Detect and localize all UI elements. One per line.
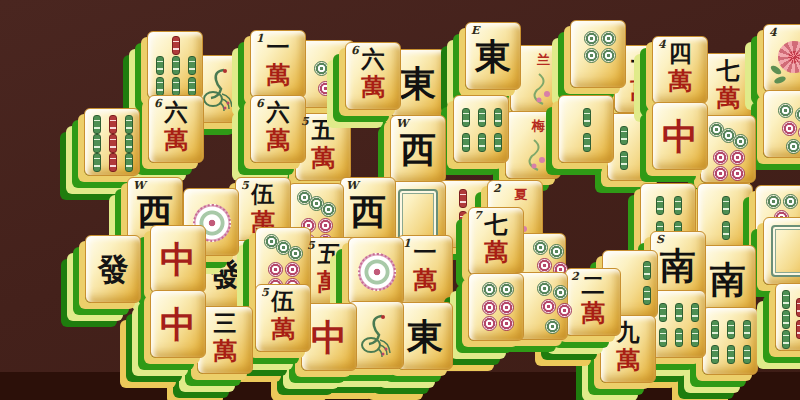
bamboo-stick-icon xyxy=(478,133,486,152)
tile-character-6[interactable]: 6六萬 xyxy=(148,95,204,163)
bamboo-stick-icon xyxy=(711,320,719,339)
tile-character-6[interactable]: 6六萬 xyxy=(250,95,306,163)
wan-character: 萬 xyxy=(601,347,655,373)
bamboo-stick-icon xyxy=(125,134,133,153)
circle-pip-icon xyxy=(482,300,497,315)
bamboo-stick-icon xyxy=(494,108,502,127)
white-dragon-frame xyxy=(398,189,438,241)
bamboo-stick-icon xyxy=(156,56,164,75)
circle-pip-icon xyxy=(499,300,514,315)
red-dragon-character: 中 xyxy=(151,291,205,357)
tile-dots-1-rosette[interactable] xyxy=(348,237,404,305)
tile-character-1[interactable]: 1一萬 xyxy=(397,235,453,303)
bamboo-stick-icon xyxy=(675,328,683,347)
tile-character-6[interactable]: 6六萬 xyxy=(345,42,401,110)
bamboo-stick-icon xyxy=(711,345,719,364)
table-shadow-band xyxy=(0,372,800,400)
tile-dots-4[interactable] xyxy=(570,20,626,88)
tile-west-wind[interactable]: W西 xyxy=(340,177,396,245)
tile-character-2[interactable]: 2二萬 xyxy=(565,268,621,336)
circle-pip-icon xyxy=(314,61,329,76)
tile-bamboo-6[interactable] xyxy=(702,307,758,375)
tile-corner-mark: 1 xyxy=(403,237,411,250)
tile-white-dragon-clipped[interactable] xyxy=(763,217,800,285)
wind-character: 東 xyxy=(398,303,452,369)
bamboo-stick-icon xyxy=(459,211,467,230)
circle-pip-icon xyxy=(766,194,781,209)
circle-pip-icon xyxy=(288,246,303,261)
wan-character: 萬 xyxy=(701,85,755,111)
bamboo-stick-icon xyxy=(691,328,699,347)
circle-pip-icon xyxy=(713,150,728,165)
tile-corner-mark: 1 xyxy=(256,32,264,45)
mahjong-board: 6六萬1一萬5五萬6六萬兰梅一萬東6六萬E東七萬4四萬4中W西W西2夏7七萬5伍… xyxy=(0,0,800,400)
circle-pip-icon xyxy=(545,319,560,334)
bamboo-stick-icon xyxy=(782,330,790,349)
man-number-character: 七 xyxy=(701,57,755,82)
bamboo-stick-icon xyxy=(188,56,196,75)
wan-character: 萬 xyxy=(251,62,305,88)
bamboo-stick-icon xyxy=(659,328,667,347)
bamboo-stick-icon xyxy=(743,345,751,364)
circle-pip-icon xyxy=(553,285,568,300)
bamboo-stick-icon xyxy=(109,115,117,134)
circle-pip-icon xyxy=(601,48,616,63)
circle-pip-icon xyxy=(537,258,552,273)
circle-pip-icon xyxy=(482,316,497,331)
bamboo-stick-icon xyxy=(583,133,591,152)
green-dragon-character: 發 xyxy=(86,236,140,302)
circle-pip-icon xyxy=(499,282,514,297)
tile-character-5-wu[interactable]: 5伍萬 xyxy=(255,284,311,352)
bamboo-stick-icon xyxy=(478,108,486,127)
flower-character: 梅 xyxy=(532,117,545,135)
leaf-icon xyxy=(773,75,786,85)
bamboo-stick-icon xyxy=(659,303,667,322)
circle-pip-icon xyxy=(557,303,572,318)
circle-pip-icon xyxy=(499,316,514,331)
bamboo-stick-icon xyxy=(459,189,467,208)
white-dragon-frame xyxy=(771,225,800,277)
circle-pip-icon xyxy=(533,240,548,255)
wan-character: 萬 xyxy=(653,68,707,94)
one-dot-rosette-icon xyxy=(358,253,396,291)
bamboo-stick-icon xyxy=(462,133,470,152)
circle-pip-icon xyxy=(330,65,345,80)
circle-pip-icon xyxy=(795,107,800,122)
flower-sprig-icon xyxy=(526,138,552,172)
tile-east-wind[interactable]: 東 xyxy=(397,302,453,370)
circle-pip-icon xyxy=(601,31,616,46)
wan-character: 萬 xyxy=(469,239,523,265)
wan-character: 萬 xyxy=(346,74,400,100)
tile-corner-mark: W xyxy=(133,179,145,192)
bamboo-stick-icon xyxy=(743,320,751,339)
bamboo-stick-icon xyxy=(796,298,800,317)
bamboo-stick-icon xyxy=(109,153,117,172)
man-number-character: 三 xyxy=(198,310,252,335)
tile-character-7[interactable]: 七萬 xyxy=(700,53,756,121)
tile-flower-plum-partial[interactable]: 梅 xyxy=(505,111,561,179)
tile-dots-7[interactable] xyxy=(700,115,756,183)
circle-pip-icon xyxy=(782,121,797,136)
circle-pip-icon xyxy=(584,31,599,46)
bamboo-stick-icon xyxy=(675,303,683,322)
circle-pip-icon xyxy=(549,244,564,259)
tile-dots-6[interactable] xyxy=(468,273,524,341)
chrysanthemum-icon xyxy=(778,41,800,73)
bamboo-stick-icon xyxy=(727,320,735,339)
bamboo-stick-icon xyxy=(583,108,591,127)
tile-corner-mark: 5 xyxy=(241,179,249,192)
circle-pip-icon xyxy=(537,281,552,296)
tile-character-7[interactable]: 7七萬 xyxy=(468,207,524,275)
tile-character-4[interactable]: 4四萬 xyxy=(652,36,708,104)
bamboo-stick-icon xyxy=(691,303,699,322)
tile-dots-partial[interactable] xyxy=(763,90,800,158)
circle-pip-icon xyxy=(318,81,333,96)
flower-sprig-icon xyxy=(531,72,557,106)
tile-bamboo-7[interactable] xyxy=(147,31,203,99)
bamboo-stick-icon xyxy=(125,115,133,134)
bamboo-stick-icon xyxy=(462,108,470,127)
bamboo-stick-icon xyxy=(620,126,628,145)
circle-pip-icon xyxy=(268,262,283,277)
bamboo-stick-icon xyxy=(643,261,651,280)
wind-character: 南 xyxy=(701,246,755,312)
wan-character: 萬 xyxy=(251,127,305,153)
tile-corner-mark: 6 xyxy=(154,97,162,110)
bamboo-stick-icon xyxy=(172,36,180,55)
bamboo-stick-icon xyxy=(796,320,800,339)
tile-corner-mark: 5 xyxy=(307,239,315,252)
bamboo-stick-icon xyxy=(782,310,790,329)
tile-red-dragon[interactable]: 中 xyxy=(150,225,206,293)
bamboo-stick-icon xyxy=(172,77,180,96)
bamboo-stick-icon xyxy=(188,77,196,96)
bamboo-stick-icon xyxy=(643,286,651,305)
bamboo-stick-icon xyxy=(93,153,101,172)
wan-character: 萬 xyxy=(566,300,620,326)
tile-red-dragon[interactable]: 中 xyxy=(150,290,206,358)
tile-east-wind[interactable]: E東 xyxy=(465,22,521,90)
tile-west-wind[interactable]: W西 xyxy=(390,115,446,183)
tile-corner-mark: S xyxy=(656,233,664,246)
bamboo-one-bird-icon xyxy=(198,65,238,113)
tile-corner-mark: 2 xyxy=(571,270,579,283)
bamboo-stick-icon xyxy=(722,196,730,215)
tile-corner-mark: 6 xyxy=(351,44,359,57)
circle-pip-icon xyxy=(318,218,333,233)
tile-corner-mark: E xyxy=(471,24,479,37)
tile-corner-mark: 4 xyxy=(769,26,777,39)
circle-pip-icon xyxy=(713,166,728,181)
wan-character: 萬 xyxy=(149,127,203,153)
circle-pip-icon xyxy=(733,134,748,149)
bamboo-stick-icon xyxy=(156,77,164,96)
circle-pip-icon xyxy=(778,103,793,118)
tile-corner-mark: 5 xyxy=(261,286,269,299)
tile-character-1[interactable]: 1一萬 xyxy=(250,30,306,98)
bamboo-stick-icon xyxy=(172,56,180,75)
flower-character: 兰 xyxy=(537,51,550,69)
bamboo-stick-icon xyxy=(674,196,682,215)
bamboo-stick-icon xyxy=(93,115,101,134)
red-dragon-character: 中 xyxy=(653,103,707,169)
circle-pip-icon xyxy=(786,139,800,154)
circle-pip-icon xyxy=(730,166,745,181)
bamboo-stick-icon xyxy=(125,153,133,172)
circle-pip-icon xyxy=(482,282,497,297)
tile-bamboo-2[interactable] xyxy=(558,95,614,163)
circle-pip-icon xyxy=(783,194,798,209)
circle-pip-icon xyxy=(321,202,336,217)
bamboo-stick-icon xyxy=(620,151,628,170)
tile-south-wind[interactable]: 南 xyxy=(700,245,756,313)
circle-pip-icon xyxy=(584,48,599,63)
circle-pip-icon xyxy=(285,262,300,277)
tile-bamboo-clipped[interactable] xyxy=(775,283,800,351)
tile-bamboo-6[interactable] xyxy=(650,290,706,358)
tile-corner-mark: 4 xyxy=(658,38,666,51)
tile-red-dragon[interactable]: 中 xyxy=(652,102,708,170)
bamboo-stick-icon xyxy=(93,134,101,153)
tile-bamboo-9[interactable] xyxy=(84,108,140,176)
wan-character: 萬 xyxy=(256,316,310,342)
wan-character: 萬 xyxy=(198,338,252,364)
tile-corner-mark: 7 xyxy=(474,209,482,222)
tile-green-dragon[interactable]: 發 xyxy=(85,235,141,303)
red-dragon-character: 中 xyxy=(151,226,205,292)
wan-character: 萬 xyxy=(398,267,452,293)
tile-corner-mark: 2 xyxy=(493,182,501,195)
flower-character: 夏 xyxy=(514,186,527,204)
bamboo-stick-icon xyxy=(722,221,730,240)
tile-corner-mark: 6 xyxy=(256,97,264,110)
bamboo-stick-icon xyxy=(656,196,664,215)
tile-bamboo-6[interactable] xyxy=(453,95,509,163)
tile-corner-mark: W xyxy=(346,179,358,192)
bamboo-stick-icon xyxy=(494,133,502,152)
bamboo-stick-icon xyxy=(727,345,735,364)
bamboo-stick-icon xyxy=(109,134,117,153)
circle-pip-icon xyxy=(541,299,556,314)
tile-corner-mark: 5 xyxy=(301,115,309,128)
bamboo-one-bird-icon xyxy=(356,311,396,359)
tile-flower-chrysanthemum[interactable]: 4 xyxy=(763,24,800,92)
circle-pip-icon xyxy=(730,150,745,165)
tile-south-wind[interactable]: S南 xyxy=(650,231,706,299)
bamboo-stick-icon xyxy=(782,290,790,309)
tile-corner-mark: W xyxy=(396,117,408,130)
